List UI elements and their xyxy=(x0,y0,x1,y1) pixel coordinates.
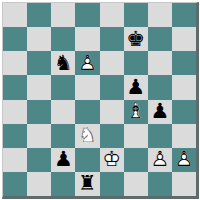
square-e6[interactable] xyxy=(100,51,124,75)
white-piece-outline: ♙ xyxy=(148,148,172,172)
square-b2[interactable] xyxy=(27,148,51,172)
square-c7[interactable] xyxy=(51,27,75,51)
white-pawn-piece: ♟♙ xyxy=(172,148,196,172)
white-bishop-piece: ♝♗ xyxy=(124,100,148,124)
square-h5[interactable] xyxy=(172,75,196,99)
black-pawn-piece: ♟ xyxy=(51,148,75,172)
square-c3[interactable] xyxy=(51,124,75,148)
black-piece-glyph: ♚ xyxy=(124,27,148,51)
square-d8[interactable] xyxy=(75,3,99,27)
square-d3[interactable]: ♞♘ xyxy=(75,124,99,148)
square-g5[interactable] xyxy=(148,75,172,99)
square-a6[interactable] xyxy=(3,51,27,75)
black-piece-glyph: ♞ xyxy=(51,51,75,75)
square-a8[interactable] xyxy=(3,3,27,27)
white-piece-fill: ♚ xyxy=(100,148,124,172)
square-e1[interactable] xyxy=(100,172,124,196)
square-a2[interactable] xyxy=(3,148,27,172)
square-e5[interactable] xyxy=(100,75,124,99)
black-pawn-piece: ♟ xyxy=(124,75,148,99)
square-a4[interactable] xyxy=(3,100,27,124)
square-a7[interactable] xyxy=(3,27,27,51)
square-b8[interactable] xyxy=(27,3,51,27)
square-h3[interactable] xyxy=(172,124,196,148)
square-a3[interactable] xyxy=(3,124,27,148)
square-h8[interactable] xyxy=(172,3,196,27)
black-knight-piece: ♞ xyxy=(51,51,75,75)
black-king-piece: ♚ xyxy=(124,27,148,51)
black-piece-glyph: ♟ xyxy=(124,75,148,99)
white-piece-fill: ♟ xyxy=(75,51,99,75)
square-c5[interactable] xyxy=(51,75,75,99)
black-piece-glyph: ♟ xyxy=(51,148,75,172)
square-g8[interactable] xyxy=(148,3,172,27)
square-d4[interactable] xyxy=(75,100,99,124)
square-g7[interactable] xyxy=(148,27,172,51)
black-rook-piece: ♜ xyxy=(75,172,99,196)
square-c4[interactable] xyxy=(51,100,75,124)
white-piece-fill: ♟ xyxy=(148,148,172,172)
square-d5[interactable] xyxy=(75,75,99,99)
square-d7[interactable] xyxy=(75,27,99,51)
white-king-piece: ♚♔ xyxy=(100,148,124,172)
square-a5[interactable] xyxy=(3,75,27,99)
black-piece-glyph: ♜ xyxy=(75,172,99,196)
square-h4[interactable] xyxy=(172,100,196,124)
square-f8[interactable] xyxy=(124,3,148,27)
white-piece-outline: ♙ xyxy=(172,148,196,172)
white-pawn-piece: ♟♙ xyxy=(148,148,172,172)
square-h6[interactable] xyxy=(172,51,196,75)
square-d6[interactable]: ♟♙ xyxy=(75,51,99,75)
board-frame: ♚♞♟♙♟♝♗♟♞♘♟♚♔♟♙♟♙♜ xyxy=(0,0,200,200)
square-d1[interactable]: ♜ xyxy=(75,172,99,196)
square-c8[interactable] xyxy=(51,3,75,27)
square-h7[interactable] xyxy=(172,27,196,51)
square-h1[interactable] xyxy=(172,172,196,196)
white-piece-fill: ♟ xyxy=(172,148,196,172)
square-g1[interactable] xyxy=(148,172,172,196)
white-piece-fill: ♝ xyxy=(124,100,148,124)
square-h2[interactable]: ♟♙ xyxy=(172,148,196,172)
black-piece-glyph: ♟ xyxy=(148,100,172,124)
square-e8[interactable] xyxy=(100,3,124,27)
square-f1[interactable] xyxy=(124,172,148,196)
square-b3[interactable] xyxy=(27,124,51,148)
square-f4[interactable]: ♝♗ xyxy=(124,100,148,124)
square-b7[interactable] xyxy=(27,27,51,51)
square-e2[interactable]: ♚♔ xyxy=(100,148,124,172)
square-g4[interactable]: ♟ xyxy=(148,100,172,124)
square-f7[interactable]: ♚ xyxy=(124,27,148,51)
white-piece-outline: ♘ xyxy=(75,124,99,148)
square-e3[interactable] xyxy=(100,124,124,148)
square-d2[interactable] xyxy=(75,148,99,172)
square-b6[interactable] xyxy=(27,51,51,75)
white-piece-outline: ♙ xyxy=(75,51,99,75)
square-e4[interactable] xyxy=(100,100,124,124)
square-f6[interactable] xyxy=(124,51,148,75)
white-piece-fill: ♞ xyxy=(75,124,99,148)
square-b4[interactable] xyxy=(27,100,51,124)
white-pawn-piece: ♟♙ xyxy=(75,51,99,75)
square-e7[interactable] xyxy=(100,27,124,51)
white-piece-outline: ♔ xyxy=(100,148,124,172)
square-b5[interactable] xyxy=(27,75,51,99)
square-f2[interactable] xyxy=(124,148,148,172)
square-f5[interactable]: ♟ xyxy=(124,75,148,99)
black-pawn-piece: ♟ xyxy=(148,100,172,124)
white-piece-outline: ♗ xyxy=(124,100,148,124)
white-knight-piece: ♞♘ xyxy=(75,124,99,148)
chess-board: ♚♞♟♙♟♝♗♟♞♘♟♚♔♟♙♟♙♜ xyxy=(2,2,199,199)
square-g3[interactable] xyxy=(148,124,172,148)
square-c6[interactable]: ♞ xyxy=(51,51,75,75)
square-b1[interactable] xyxy=(27,172,51,196)
square-c1[interactable] xyxy=(51,172,75,196)
square-g2[interactable]: ♟♙ xyxy=(148,148,172,172)
square-f3[interactable] xyxy=(124,124,148,148)
square-a1[interactable] xyxy=(3,172,27,196)
square-c2[interactable]: ♟ xyxy=(51,148,75,172)
square-g6[interactable] xyxy=(148,51,172,75)
